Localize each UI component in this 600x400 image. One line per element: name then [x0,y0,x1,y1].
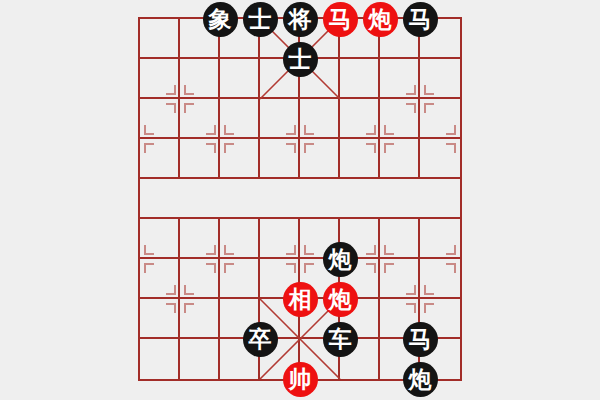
board-cell [260,139,300,179]
board-cell [300,179,340,219]
board-cell [140,259,180,299]
board-cell [220,59,260,99]
piece-red-cannon[interactable]: 炮 [363,2,398,37]
board-cell [420,179,460,219]
board-cell [260,179,300,219]
board-cell [180,299,220,339]
piece-black-advisor[interactable]: 士 [283,42,318,77]
board-cell [380,59,420,99]
xiangqi-diagram: 象士将马炮马士炮相炮卒车马帅炮 [0,0,600,400]
board-cell [340,179,380,219]
board-cell [300,139,340,179]
board-cell [380,139,420,179]
board-cell [220,179,260,219]
piece-black-chariot[interactable]: 车 [323,322,358,357]
board-cell [140,139,180,179]
piece-black-horse[interactable]: 马 [403,2,438,37]
board-cell [340,139,380,179]
board-cell [420,259,460,299]
board-cell [260,219,300,259]
piece-red-elephant[interactable]: 相 [283,282,318,317]
piece-red-cannon[interactable]: 炮 [323,282,358,317]
board-cell [340,59,380,99]
board-cell [420,59,460,99]
board-cell [220,99,260,139]
board-cell [140,219,180,259]
board-cell [340,99,380,139]
board-cell [180,99,220,139]
piece-red-horse[interactable]: 马 [323,2,358,37]
board-cell [220,139,260,179]
piece-black-soldier[interactable]: 卒 [243,322,278,357]
board-cell [140,19,180,59]
board-cell [420,139,460,179]
board-cell [380,179,420,219]
board-cell [180,259,220,299]
piece-black-advisor[interactable]: 士 [243,2,278,37]
board-cell [300,99,340,139]
board-cell [140,299,180,339]
piece-black-elephant[interactable]: 象 [203,2,238,37]
board-cell [140,179,180,219]
board-cell [260,99,300,139]
board-cell [380,259,420,299]
board-cell [180,59,220,99]
piece-red-general[interactable]: 帅 [283,362,318,397]
board-cell [140,339,180,379]
piece-black-horse[interactable]: 马 [403,322,438,357]
piece-black-cannon[interactable]: 炮 [323,242,358,277]
board-cell [380,219,420,259]
board-cell [140,99,180,139]
board-cell [420,99,460,139]
board-cell [420,219,460,259]
piece-black-general[interactable]: 将 [283,2,318,37]
board-cell [180,139,220,179]
board-cell [220,219,260,259]
board-cell [380,99,420,139]
board-cell [180,179,220,219]
board-cell [180,339,220,379]
board-cell [180,219,220,259]
board-cell [220,259,260,299]
piece-black-cannon[interactable]: 炮 [403,362,438,397]
board-cell [140,59,180,99]
